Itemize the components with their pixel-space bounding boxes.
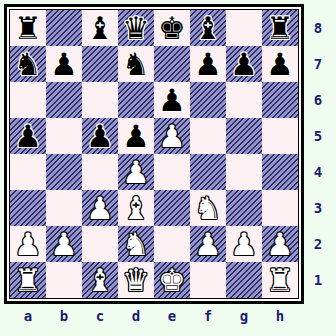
board-frame: ♜♝♛♚♝♜♞♟♞♟♟♟♟♟♟♟♟♟♟♝♞♟♟♞♟♟♟♜♝♛♚♜ <box>4 4 304 304</box>
square-f2[interactable]: ♟ <box>190 226 226 262</box>
file-label-h: h <box>262 305 298 327</box>
square-e1[interactable]: ♚ <box>154 262 190 298</box>
square-h3[interactable] <box>262 190 298 226</box>
square-f8[interactable]: ♝ <box>190 10 226 46</box>
square-g1[interactable] <box>226 262 262 298</box>
square-b8[interactable] <box>46 10 82 46</box>
square-f7[interactable]: ♟ <box>190 46 226 82</box>
square-d4[interactable]: ♟ <box>118 154 154 190</box>
piece-white-pawn[interactable]: ♟ <box>194 226 222 262</box>
square-d2[interactable]: ♞ <box>118 226 154 262</box>
rank-label-5: 5 <box>307 118 329 154</box>
file-label-a: a <box>10 305 46 327</box>
square-g8[interactable] <box>226 10 262 46</box>
piece-black-queen[interactable]: ♛ <box>122 10 150 46</box>
piece-white-knight[interactable]: ♞ <box>194 190 222 226</box>
square-a2[interactable]: ♟ <box>10 226 46 262</box>
square-d5[interactable]: ♟ <box>118 118 154 154</box>
chess-diagram: ♜♝♛♚♝♜♞♟♞♟♟♟♟♟♟♟♟♟♟♝♞♟♟♞♟♟♟♜♝♛♚♜ abcdefg… <box>0 0 336 336</box>
piece-white-bishop[interactable]: ♝ <box>86 262 114 298</box>
piece-white-pawn[interactable]: ♟ <box>50 226 78 262</box>
square-d3[interactable]: ♝ <box>118 190 154 226</box>
square-a5[interactable]: ♟ <box>10 118 46 154</box>
square-h7[interactable]: ♟ <box>262 46 298 82</box>
square-g2[interactable]: ♟ <box>226 226 262 262</box>
piece-white-king[interactable]: ♚ <box>158 262 186 298</box>
square-g6[interactable] <box>226 82 262 118</box>
square-b7[interactable]: ♟ <box>46 46 82 82</box>
square-h1[interactable]: ♜ <box>262 262 298 298</box>
square-e3[interactable] <box>154 190 190 226</box>
square-h8[interactable]: ♜ <box>262 10 298 46</box>
square-e6[interactable]: ♟ <box>154 82 190 118</box>
piece-black-pawn[interactable]: ♟ <box>122 118 150 154</box>
rank-label-4: 4 <box>307 154 329 190</box>
chess-board: ♜♝♛♚♝♜♞♟♞♟♟♟♟♟♟♟♟♟♟♝♞♟♟♞♟♟♟♜♝♛♚♜ <box>9 9 299 299</box>
square-h2[interactable]: ♟ <box>262 226 298 262</box>
square-c1[interactable]: ♝ <box>82 262 118 298</box>
square-e5[interactable]: ♟ <box>154 118 190 154</box>
file-label-d: d <box>118 305 154 327</box>
piece-white-pawn[interactable]: ♟ <box>230 226 258 262</box>
piece-black-rook[interactable]: ♜ <box>14 10 42 46</box>
rank-label-6: 6 <box>307 82 329 118</box>
square-e8[interactable]: ♚ <box>154 10 190 46</box>
piece-black-pawn[interactable]: ♟ <box>194 46 222 82</box>
file-labels: abcdefgh <box>10 305 298 327</box>
square-a6[interactable] <box>10 82 46 118</box>
square-f6[interactable] <box>190 82 226 118</box>
piece-black-king[interactable]: ♚ <box>158 10 186 46</box>
piece-black-pawn[interactable]: ♟ <box>266 46 294 82</box>
square-h4[interactable] <box>262 154 298 190</box>
piece-white-pawn[interactable]: ♟ <box>86 190 114 226</box>
square-g7[interactable]: ♟ <box>226 46 262 82</box>
rank-label-2: 2 <box>307 226 329 262</box>
rank-label-3: 3 <box>307 190 329 226</box>
rank-label-1: 1 <box>307 262 329 298</box>
square-f1[interactable] <box>190 262 226 298</box>
piece-black-rook[interactable]: ♜ <box>266 10 294 46</box>
square-f3[interactable]: ♞ <box>190 190 226 226</box>
square-g3[interactable] <box>226 190 262 226</box>
square-a7[interactable]: ♞ <box>10 46 46 82</box>
square-c8[interactable]: ♝ <box>82 10 118 46</box>
square-h6[interactable] <box>262 82 298 118</box>
piece-black-bishop[interactable]: ♝ <box>86 10 114 46</box>
square-f5[interactable] <box>190 118 226 154</box>
piece-black-knight[interactable]: ♞ <box>122 46 150 82</box>
piece-black-pawn[interactable]: ♟ <box>158 82 186 118</box>
piece-black-pawn[interactable]: ♟ <box>50 46 78 82</box>
piece-white-rook[interactable]: ♜ <box>266 262 294 298</box>
file-label-b: b <box>46 305 82 327</box>
piece-white-bishop[interactable]: ♝ <box>122 190 150 226</box>
square-c7[interactable] <box>82 46 118 82</box>
square-a8[interactable]: ♜ <box>10 10 46 46</box>
file-label-g: g <box>226 305 262 327</box>
square-e7[interactable] <box>154 46 190 82</box>
square-d8[interactable]: ♛ <box>118 10 154 46</box>
square-c2[interactable] <box>82 226 118 262</box>
square-b3[interactable] <box>46 190 82 226</box>
square-d7[interactable]: ♞ <box>118 46 154 82</box>
square-a1[interactable]: ♜ <box>10 262 46 298</box>
square-e2[interactable] <box>154 226 190 262</box>
square-f4[interactable] <box>190 154 226 190</box>
piece-white-pawn[interactable]: ♟ <box>266 226 294 262</box>
rank-labels: 87654321 <box>307 10 329 298</box>
square-b4[interactable] <box>46 154 82 190</box>
square-b5[interactable] <box>46 118 82 154</box>
square-c5[interactable]: ♟ <box>82 118 118 154</box>
square-c4[interactable] <box>82 154 118 190</box>
piece-black-knight[interactable]: ♞ <box>14 46 42 82</box>
square-c3[interactable]: ♟ <box>82 190 118 226</box>
piece-white-knight[interactable]: ♞ <box>122 226 150 262</box>
piece-black-pawn[interactable]: ♟ <box>86 118 114 154</box>
piece-black-pawn[interactable]: ♟ <box>230 46 258 82</box>
square-c6[interactable] <box>82 82 118 118</box>
file-label-e: e <box>154 305 190 327</box>
square-g5[interactable] <box>226 118 262 154</box>
rank-label-7: 7 <box>307 46 329 82</box>
square-b1[interactable] <box>46 262 82 298</box>
piece-white-queen[interactable]: ♛ <box>122 262 150 298</box>
file-label-c: c <box>82 305 118 327</box>
square-a3[interactable] <box>10 190 46 226</box>
square-b2[interactable]: ♟ <box>46 226 82 262</box>
square-a4[interactable] <box>10 154 46 190</box>
square-h5[interactable] <box>262 118 298 154</box>
square-d6[interactable] <box>118 82 154 118</box>
piece-white-pawn[interactable]: ♟ <box>14 226 42 262</box>
piece-white-rook[interactable]: ♜ <box>14 262 42 298</box>
piece-black-bishop[interactable]: ♝ <box>194 10 222 46</box>
piece-white-pawn[interactable]: ♟ <box>122 154 150 190</box>
rank-label-8: 8 <box>307 10 329 46</box>
file-label-f: f <box>190 305 226 327</box>
square-b6[interactable] <box>46 82 82 118</box>
square-e4[interactable] <box>154 154 190 190</box>
piece-white-pawn[interactable]: ♟ <box>158 118 186 154</box>
square-d1[interactable]: ♛ <box>118 262 154 298</box>
square-g4[interactable] <box>226 154 262 190</box>
piece-black-pawn[interactable]: ♟ <box>14 118 42 154</box>
